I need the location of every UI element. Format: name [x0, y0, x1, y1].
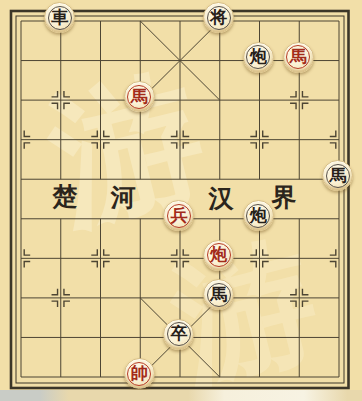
piece-glyph: 車	[51, 9, 68, 26]
xiangqi-board[interactable]: 游 游 楚 河 汉 界 車将炮馬馬馬兵炮炮馬卒帥	[0, 0, 362, 401]
piece-red-general-d10[interactable]: 帥	[124, 358, 155, 389]
piece-glyph: 馬	[329, 167, 346, 184]
piece-black-soldier-e9[interactable]: 卒	[163, 319, 194, 350]
piece-glyph: 帥	[131, 365, 148, 382]
piece-glyph: 炮	[250, 207, 267, 224]
piece-glyph: 将	[210, 9, 227, 26]
piece-black-horse-f8[interactable]: 馬	[203, 279, 234, 310]
piece-red-horse-d3[interactable]: 馬	[124, 81, 155, 112]
piece-glyph: 馬	[210, 286, 227, 303]
piece-black-cannon-g2[interactable]: 炮	[243, 42, 274, 73]
piece-glyph: 卒	[170, 325, 187, 342]
piece-layer: 車将炮馬馬馬兵炮炮馬卒帥	[1, 1, 359, 397]
piece-red-soldier-e6[interactable]: 兵	[163, 200, 194, 231]
piece-glyph: 兵	[170, 207, 187, 224]
piece-glyph: 炮	[250, 48, 267, 65]
piece-glyph: 馬	[290, 48, 307, 65]
piece-red-cannon-f7[interactable]: 炮	[203, 240, 234, 271]
piece-glyph: 馬	[131, 88, 148, 105]
bottom-edge-strip	[0, 390, 362, 401]
piece-red-horse-h2[interactable]: 馬	[283, 42, 314, 73]
piece-black-cannon-g6[interactable]: 炮	[243, 200, 274, 231]
piece-black-chariot-b1[interactable]: 車	[44, 2, 75, 33]
piece-black-general-f1[interactable]: 将	[203, 2, 234, 33]
piece-black-horse-i5[interactable]: 馬	[322, 160, 353, 191]
piece-glyph: 炮	[210, 246, 227, 263]
